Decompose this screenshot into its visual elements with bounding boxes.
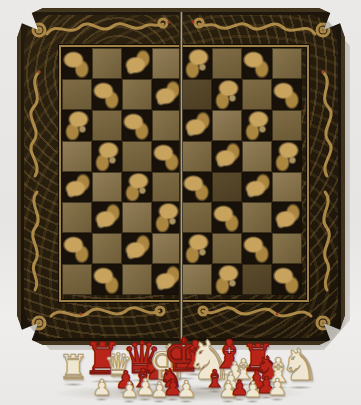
chessmen-group: ♜♜♛♛♞♚♚♝♞♝♟♝♜♞♝♞♟♝♞♝♟♟♟♟♟♟♟♟♟♟♟♟♟ (0, 0, 361, 405)
photo-scene: ♜♜♛♛♞♚♚♝♞♝♟♝♜♞♝♞♟♝♞♝♟♟♟♟♟♟♟♟♟♟♟♟♟ (0, 0, 361, 405)
chess-piece-ivory-pawn: ♟ (267, 376, 288, 399)
chess-piece-ivory-pawn: ♟ (176, 378, 197, 401)
chess-piece-ivory-pawn: ♟ (92, 377, 112, 399)
